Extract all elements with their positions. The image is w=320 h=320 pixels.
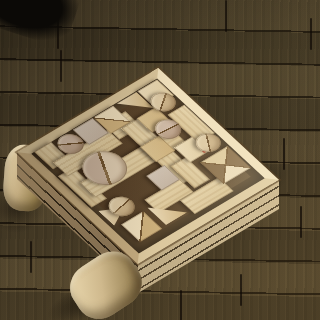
floor-plank-joint xyxy=(30,241,32,273)
floor-plank-joint xyxy=(225,0,227,32)
floor-plank-joint xyxy=(300,206,302,238)
floor-plank-joint xyxy=(310,18,312,50)
floor-plank-joint xyxy=(240,274,242,306)
photo-scene xyxy=(0,0,320,320)
floor-plank-joint xyxy=(60,50,62,82)
floor-plank-joint xyxy=(180,290,182,320)
block-diagsq xyxy=(121,211,162,242)
